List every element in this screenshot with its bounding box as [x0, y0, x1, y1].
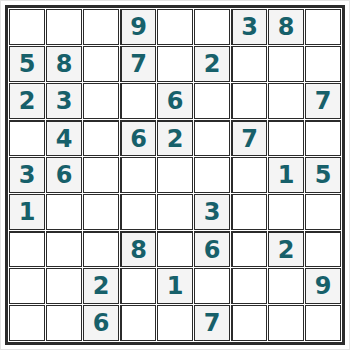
cell-r1c8: 8 [268, 9, 304, 45]
cell-r7c4: 8 [120, 231, 156, 267]
cell-r4c3[interactable] [83, 120, 119, 156]
cell-r1c4: 9 [120, 9, 156, 45]
cell-r2c2: 8 [46, 46, 82, 82]
cell-r1c5[interactable] [157, 9, 193, 45]
cell-r6c6: 3 [194, 194, 230, 230]
cell-r3c4[interactable] [120, 83, 156, 119]
cell-r6c5[interactable] [157, 194, 193, 230]
cell-r1c6[interactable] [194, 9, 230, 45]
cell-r6c9[interactable] [305, 194, 341, 230]
cell-r2c5[interactable] [157, 46, 193, 82]
cell-r8c8[interactable] [268, 268, 304, 304]
cell-r5c7[interactable] [231, 157, 267, 193]
cell-r8c3: 2 [83, 268, 119, 304]
cell-r4c2: 4 [46, 120, 82, 156]
cell-r5c9: 5 [305, 157, 341, 193]
cell-r9c2[interactable] [46, 305, 82, 341]
cell-r4c1[interactable] [9, 120, 45, 156]
cell-r1c3[interactable] [83, 9, 119, 45]
cell-r8c2[interactable] [46, 268, 82, 304]
cell-r2c6: 2 [194, 46, 230, 82]
cell-r5c1: 3 [9, 157, 45, 193]
cell-r8c6[interactable] [194, 268, 230, 304]
cell-r4c5: 2 [157, 120, 193, 156]
cell-r6c1: 1 [9, 194, 45, 230]
cell-r3c3[interactable] [83, 83, 119, 119]
cell-r6c4[interactable] [120, 194, 156, 230]
cell-r3c2: 3 [46, 83, 82, 119]
cell-r7c5[interactable] [157, 231, 193, 267]
cell-r5c4[interactable] [120, 157, 156, 193]
cell-r9c6: 7 [194, 305, 230, 341]
cell-r5c6[interactable] [194, 157, 230, 193]
cell-r3c5: 6 [157, 83, 193, 119]
cell-r6c8[interactable] [268, 194, 304, 230]
cell-r3c6[interactable] [194, 83, 230, 119]
cell-r7c3[interactable] [83, 231, 119, 267]
cell-r7c7[interactable] [231, 231, 267, 267]
cell-r1c9[interactable] [305, 9, 341, 45]
cell-r9c9[interactable] [305, 305, 341, 341]
cell-r8c1[interactable] [9, 268, 45, 304]
cell-r5c3[interactable] [83, 157, 119, 193]
cell-r3c1: 2 [9, 83, 45, 119]
cell-r9c7[interactable] [231, 305, 267, 341]
cell-r9c8[interactable] [268, 305, 304, 341]
cell-r5c5[interactable] [157, 157, 193, 193]
cell-r1c7: 3 [231, 9, 267, 45]
cell-r4c8[interactable] [268, 120, 304, 156]
cell-r9c1[interactable] [9, 305, 45, 341]
cell-r1c2[interactable] [46, 9, 82, 45]
cell-r6c3[interactable] [83, 194, 119, 230]
cell-r7c1[interactable] [9, 231, 45, 267]
cell-r2c8[interactable] [268, 46, 304, 82]
cell-r2c7[interactable] [231, 46, 267, 82]
cell-r5c8: 1 [268, 157, 304, 193]
cell-r6c2[interactable] [46, 194, 82, 230]
cell-r6c7[interactable] [231, 194, 267, 230]
cell-r7c9[interactable] [305, 231, 341, 267]
cell-r7c2[interactable] [46, 231, 82, 267]
cell-r9c3: 6 [83, 305, 119, 341]
cell-r3c7[interactable] [231, 83, 267, 119]
cell-r2c1: 5 [9, 46, 45, 82]
cell-r9c5[interactable] [157, 305, 193, 341]
cell-r7c6: 6 [194, 231, 230, 267]
cell-r1c1[interactable] [9, 9, 45, 45]
cell-r8c9: 9 [305, 268, 341, 304]
cell-r4c7: 7 [231, 120, 267, 156]
sudoku-board: 93858722367462736151386221967 [5, 5, 345, 345]
cell-r4c9[interactable] [305, 120, 341, 156]
cell-r8c7[interactable] [231, 268, 267, 304]
cell-r2c3[interactable] [83, 46, 119, 82]
cell-r9c4[interactable] [120, 305, 156, 341]
cell-r2c9[interactable] [305, 46, 341, 82]
cell-r4c6[interactable] [194, 120, 230, 156]
cell-r8c4[interactable] [120, 268, 156, 304]
cell-r7c8: 2 [268, 231, 304, 267]
page-background: { "game": "sudoku", "position": "0009003… [0, 0, 350, 350]
cell-r3c9: 7 [305, 83, 341, 119]
cell-r2c4: 7 [120, 46, 156, 82]
cell-r3c8[interactable] [268, 83, 304, 119]
cell-r4c4: 6 [120, 120, 156, 156]
cell-r5c2: 6 [46, 157, 82, 193]
cell-r8c5: 1 [157, 268, 193, 304]
